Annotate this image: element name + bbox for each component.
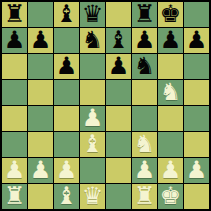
black-rook-a8: ♜ <box>4 2 26 27</box>
white-pawn-c2: ♟ <box>56 158 78 183</box>
white-pawn-b2: ♟ <box>30 158 52 183</box>
square-h4[interactable] <box>184 106 209 131</box>
black-bishop-c8: ♝ <box>56 2 78 27</box>
white-knight-g5: ♞ <box>160 80 182 105</box>
square-a4[interactable] <box>2 106 27 131</box>
white-pawn-f2: ♟ <box>134 158 156 183</box>
square-f8[interactable]: ♜ <box>132 2 157 27</box>
square-f4[interactable] <box>132 106 157 131</box>
square-e5[interactable] <box>106 80 131 105</box>
black-knight-d7: ♞ <box>82 28 104 53</box>
square-h1[interactable] <box>184 184 209 209</box>
square-a8[interactable]: ♜ <box>2 2 27 27</box>
white-rook-a1: ♜ <box>4 184 26 209</box>
square-e1[interactable] <box>106 184 131 209</box>
square-g8[interactable]: ♚ <box>158 2 183 27</box>
square-c3[interactable] <box>54 132 79 157</box>
square-h2[interactable]: ♟ <box>184 158 209 183</box>
white-bishop-d3: ♝ <box>82 132 104 157</box>
black-king-g8: ♚ <box>160 2 182 27</box>
square-g6[interactable] <box>158 54 183 79</box>
black-pawn-e6: ♟ <box>108 54 130 79</box>
square-d2[interactable] <box>80 158 105 183</box>
square-g2[interactable]: ♟ <box>158 158 183 183</box>
black-pawn-b7: ♟ <box>30 28 52 53</box>
square-d3[interactable]: ♝ <box>80 132 105 157</box>
white-pawn-h2: ♟ <box>186 158 208 183</box>
square-h3[interactable] <box>184 132 209 157</box>
square-b6[interactable] <box>28 54 53 79</box>
square-h6[interactable] <box>184 54 209 79</box>
square-a3[interactable] <box>2 132 27 157</box>
square-d1[interactable]: ♛ <box>80 184 105 209</box>
square-f1[interactable]: ♜ <box>132 184 157 209</box>
square-c6[interactable]: ♟ <box>54 54 79 79</box>
black-pawn-g7: ♟ <box>160 28 182 53</box>
square-f7[interactable]: ♟ <box>132 28 157 53</box>
black-queen-d8: ♛ <box>82 2 104 27</box>
square-c1[interactable]: ♝ <box>54 184 79 209</box>
square-a2[interactable]: ♟ <box>2 158 27 183</box>
white-queen-d1: ♛ <box>82 184 104 209</box>
white-rook-f1: ♜ <box>134 184 156 209</box>
square-e6[interactable]: ♟ <box>106 54 131 79</box>
square-e4[interactable] <box>106 106 131 131</box>
black-rook-f8: ♜ <box>134 2 156 27</box>
square-b1[interactable] <box>28 184 53 209</box>
square-e8[interactable] <box>106 2 131 27</box>
square-d6[interactable] <box>80 54 105 79</box>
square-c8[interactable]: ♝ <box>54 2 79 27</box>
square-g4[interactable] <box>158 106 183 131</box>
square-d4[interactable]: ♟ <box>80 106 105 131</box>
square-g5[interactable]: ♞ <box>158 80 183 105</box>
square-b8[interactable] <box>28 2 53 27</box>
square-b5[interactable] <box>28 80 53 105</box>
square-b4[interactable] <box>28 106 53 131</box>
square-a5[interactable] <box>2 80 27 105</box>
square-e2[interactable] <box>106 158 131 183</box>
square-c2[interactable]: ♟ <box>54 158 79 183</box>
square-h5[interactable] <box>184 80 209 105</box>
chess-app-window: ♜♝♛♜♚♟♟♞♝♟♟♟♟♟♞♞♟♝♞♟♟♟♟♟♟♜♝♛♜♚ <box>0 0 211 211</box>
square-g7[interactable]: ♟ <box>158 28 183 53</box>
square-e3[interactable] <box>106 132 131 157</box>
black-bishop-e7: ♝ <box>108 28 130 53</box>
square-c5[interactable] <box>54 80 79 105</box>
black-knight-f6: ♞ <box>134 54 156 79</box>
square-b2[interactable]: ♟ <box>28 158 53 183</box>
square-a1[interactable]: ♜ <box>2 184 27 209</box>
square-f2[interactable]: ♟ <box>132 158 157 183</box>
square-f6[interactable]: ♞ <box>132 54 157 79</box>
white-bishop-c1: ♝ <box>56 184 78 209</box>
square-g1[interactable]: ♚ <box>158 184 183 209</box>
square-h8[interactable] <box>184 2 209 27</box>
black-pawn-c6: ♟ <box>56 54 78 79</box>
square-c4[interactable] <box>54 106 79 131</box>
black-pawn-h7: ♟ <box>186 28 208 53</box>
square-d7[interactable]: ♞ <box>80 28 105 53</box>
white-pawn-a2: ♟ <box>4 158 26 183</box>
black-pawn-f7: ♟ <box>134 28 156 53</box>
white-pawn-g2: ♟ <box>160 158 182 183</box>
square-b3[interactable] <box>28 132 53 157</box>
square-d5[interactable] <box>80 80 105 105</box>
square-a6[interactable] <box>2 54 27 79</box>
white-knight-f3: ♞ <box>134 132 156 157</box>
chess-board: ♜♝♛♜♚♟♟♞♝♟♟♟♟♟♞♞♟♝♞♟♟♟♟♟♟♜♝♛♜♚ <box>0 0 211 211</box>
square-b7[interactable]: ♟ <box>28 28 53 53</box>
white-king-g1: ♚ <box>160 184 182 209</box>
square-f5[interactable] <box>132 80 157 105</box>
black-pawn-a7: ♟ <box>4 28 26 53</box>
square-f3[interactable]: ♞ <box>132 132 157 157</box>
square-g3[interactable] <box>158 132 183 157</box>
square-e7[interactable]: ♝ <box>106 28 131 53</box>
square-a7[interactable]: ♟ <box>2 28 27 53</box>
square-d8[interactable]: ♛ <box>80 2 105 27</box>
square-c7[interactable] <box>54 28 79 53</box>
white-pawn-d4: ♟ <box>82 106 104 131</box>
square-h7[interactable]: ♟ <box>184 28 209 53</box>
